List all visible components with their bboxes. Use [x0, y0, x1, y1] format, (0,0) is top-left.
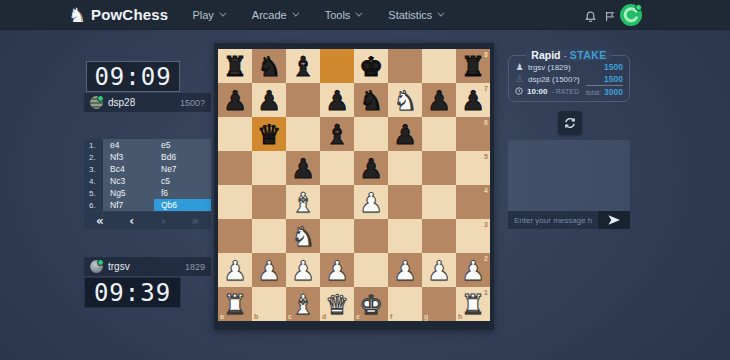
move-cell-1-white[interactable]: e4: [103, 139, 154, 151]
rank-coordinate-label: 4: [484, 187, 488, 194]
send-message-button[interactable]: [598, 211, 630, 229]
board-frame: ♜♞♝♚♜8♟♟♟♞♞♟♟7♛♝♟6♟♟5♝♟4♞3♟♟♟♟♟♟♟2♜ab♝c♛…: [214, 43, 494, 330]
chat-input-row: [508, 211, 630, 229]
menu-statistics[interactable]: Statistics: [388, 9, 442, 21]
white-rook: ♜: [461, 291, 485, 318]
square-d1[interactable]: ♛d: [320, 287, 354, 321]
square-b5[interactable]: [252, 151, 286, 185]
black-bishop: ♝: [325, 121, 349, 148]
square-a5[interactable]: [218, 151, 252, 185]
chevron-down-icon: [438, 10, 445, 17]
white-player-avatar[interactable]: [90, 260, 103, 273]
menu-tools[interactable]: Tools: [325, 9, 361, 21]
square-f7[interactable]: ♞: [388, 83, 422, 117]
white-pawn: ♟: [359, 189, 383, 216]
stake-row-black: ♙ dsp28 (1500?) 1500: [515, 73, 623, 85]
white-pawn: ♟: [393, 257, 417, 284]
black-knight: ♞: [257, 53, 281, 80]
square-c4[interactable]: ♝: [286, 185, 320, 219]
square-a4[interactable]: [218, 185, 252, 219]
square-c8[interactable]: ♝: [286, 49, 320, 83]
white-pawn: ♟: [325, 257, 349, 284]
square-g8[interactable]: [422, 49, 456, 83]
pawn-outline-icon: ♙: [515, 75, 524, 84]
game-mode-header: Rapid - STAKE: [526, 49, 611, 61]
square-g7[interactable]: ♟: [422, 83, 456, 117]
black-player-name[interactable]: dsp28: [108, 97, 175, 108]
square-b8[interactable]: ♞: [252, 49, 286, 83]
square-b3[interactable]: [252, 219, 286, 253]
rematch-refresh-button[interactable]: [558, 111, 582, 135]
move-cell-4-white[interactable]: Nc3: [103, 175, 154, 187]
black-knight: ♞: [359, 87, 383, 114]
file-coordinate-label: e: [356, 313, 360, 320]
square-b7[interactable]: ♟: [252, 83, 286, 117]
square-g6[interactable]: [422, 117, 456, 151]
move-number: 4.: [84, 175, 103, 187]
black-player-clock: 09:09: [86, 61, 180, 92]
file-coordinate-label: c: [288, 313, 292, 320]
white-bishop: ♝: [291, 189, 315, 216]
black-player-bar: dsp28 1500?: [84, 93, 211, 112]
square-a8[interactable]: ♜: [218, 49, 252, 83]
square-h1[interactable]: ♜1h: [456, 287, 490, 321]
black-pawn: ♟: [427, 87, 451, 114]
black-pawn: ♟: [359, 155, 383, 182]
move-cell-3-white[interactable]: Bc4: [103, 163, 154, 175]
square-d6[interactable]: ♝: [320, 117, 354, 151]
rank-coordinate-label: 1: [484, 289, 488, 296]
main-menu: Play Arcade Tools Statistics: [192, 9, 442, 21]
rank-coordinate-label: 7: [484, 85, 488, 92]
chess-board: ♜♞♝♚♜8♟♟♟♞♞♟♟7♛♝♟6♟♟5♝♟4♞3♟♟♟♟♟♟♟2♜ab♝c♛…: [218, 49, 490, 321]
first-move-button[interactable]: «: [84, 215, 116, 227]
file-coordinate-label: b: [254, 313, 258, 320]
refresh-icon: [563, 116, 577, 130]
square-h7[interactable]: ♟7: [456, 83, 490, 117]
move-number: 3.: [84, 163, 103, 175]
square-a1[interactable]: ♜a: [218, 287, 252, 321]
file-coordinate-label: a: [220, 313, 224, 320]
square-h3[interactable]: 3: [456, 219, 490, 253]
move-list: 1.e4e52.Nf3Bd63.Bc4Ne74.Nc3c55.Ng5f66.Nf…: [84, 139, 211, 211]
square-e1[interactable]: ♚e: [354, 287, 388, 321]
top-nav: ♞ PowChess Play Arcade Tools Statistics: [0, 0, 730, 30]
black-queen: ♛: [257, 121, 281, 148]
menu-play[interactable]: Play: [192, 9, 223, 21]
rank-coordinate-label: 8: [484, 51, 488, 58]
black-player-avatar[interactable]: [90, 96, 103, 109]
white-knight: ♞: [291, 223, 315, 250]
move-cell-6-white[interactable]: Nf7: [103, 199, 154, 211]
square-h6[interactable]: 6: [456, 117, 490, 151]
white-player-name[interactable]: trgsv: [108, 261, 180, 272]
pawn-filled-icon: ♟: [515, 63, 524, 72]
square-h2[interactable]: ♟2: [456, 253, 490, 287]
white-king: ♚: [359, 291, 383, 318]
move-cell-4-black[interactable]: c5: [154, 175, 211, 187]
white-player-bar: trgsv 1829: [84, 257, 211, 276]
move-cell-5-black[interactable]: f6: [154, 187, 211, 199]
square-h4[interactable]: 4: [456, 185, 490, 219]
black-pawn: ♟: [223, 87, 247, 114]
send-paper-plane-icon: [607, 214, 621, 226]
prev-move-button[interactable]: ‹: [116, 215, 148, 227]
move-cell-2-white[interactable]: Nf3: [103, 151, 154, 163]
next-move-button[interactable]: ›: [148, 215, 180, 227]
square-b1[interactable]: b: [252, 287, 286, 321]
square-g4[interactable]: [422, 185, 456, 219]
time-control-row: 10:00 - RATED total: 3000: [515, 85, 623, 97]
file-coordinate-label: g: [424, 313, 428, 320]
game-info-box: Rapid - STAKE ♟ trgsv (1829) 1500 ♙ dsp2…: [508, 55, 630, 102]
square-d4[interactable]: [320, 185, 354, 219]
black-player-rating: 1500?: [180, 98, 205, 108]
white-queen: ♛: [325, 291, 349, 318]
chat-messages-panel: [508, 140, 630, 211]
square-c3[interactable]: ♞: [286, 219, 320, 253]
square-d7[interactable]: ♟: [320, 83, 354, 117]
square-d5[interactable]: [320, 151, 354, 185]
square-f5[interactable]: [388, 151, 422, 185]
square-e6[interactable]: [354, 117, 388, 151]
move-cell-3-black[interactable]: Ne7: [154, 163, 211, 175]
move-cell-5-white[interactable]: Ng5: [103, 187, 154, 199]
black-rook: ♜: [223, 53, 247, 80]
square-e7[interactable]: ♞: [354, 83, 388, 117]
square-a3[interactable]: [218, 219, 252, 253]
menu-arcade[interactable]: Arcade: [252, 9, 297, 21]
black-pawn: ♟: [291, 155, 315, 182]
move-cell-1-black[interactable]: e5: [154, 139, 211, 151]
bell-icon[interactable]: [584, 9, 597, 27]
square-e5[interactable]: ♟: [354, 151, 388, 185]
chat-message-input[interactable]: [508, 211, 598, 229]
powchess-knight-logo-icon: ♞: [68, 5, 86, 25]
white-player-clock: 09:39: [84, 277, 181, 308]
move-navigation: « ‹ › »: [84, 212, 211, 229]
square-e2[interactable]: [354, 253, 388, 287]
rank-coordinate-label: 5: [484, 153, 488, 160]
square-e3[interactable]: [354, 219, 388, 253]
square-a2[interactable]: ♟: [218, 253, 252, 287]
flag-icon[interactable]: [604, 9, 616, 27]
square-a6[interactable]: [218, 117, 252, 151]
square-g3[interactable]: [422, 219, 456, 253]
square-d2[interactable]: ♟: [320, 253, 354, 287]
move-number: 6.: [84, 199, 103, 211]
move-cell-2-black[interactable]: Bd6: [154, 151, 211, 163]
black-pawn: ♟: [257, 87, 281, 114]
move-number: 5.: [84, 187, 103, 199]
white-bishop: ♝: [291, 291, 315, 318]
move-number: 1.: [84, 139, 103, 151]
square-h8[interactable]: ♜8: [456, 49, 490, 83]
square-f2[interactable]: ♟: [388, 253, 422, 287]
square-b6[interactable]: ♛: [252, 117, 286, 151]
file-coordinate-label: f: [390, 313, 392, 320]
file-coordinate-label: h: [458, 313, 462, 320]
square-c6[interactable]: [286, 117, 320, 151]
user-avatar[interactable]: [619, 3, 643, 27]
file-coordinate-label: d: [322, 313, 326, 320]
brand-title[interactable]: PowChess: [91, 6, 168, 23]
white-player-rating: 1829: [185, 262, 205, 272]
white-pawn: ♟: [427, 257, 451, 284]
square-f4[interactable]: [388, 185, 422, 219]
white-pawn: ♟: [291, 257, 315, 284]
white-knight: ♞: [393, 87, 417, 114]
square-f3[interactable]: [388, 219, 422, 253]
white-rook: ♜: [223, 291, 247, 318]
square-b2[interactable]: ♟: [252, 253, 286, 287]
black-rook: ♜: [461, 53, 485, 80]
clock-icon: [515, 87, 523, 95]
chevron-down-icon: [219, 10, 226, 17]
move-number: 2.: [84, 151, 103, 163]
chevron-down-icon: [292, 10, 299, 17]
square-c2[interactable]: ♟: [286, 253, 320, 287]
black-king: ♚: [359, 53, 383, 80]
square-f1[interactable]: f: [388, 287, 422, 321]
black-pawn: ♟: [393, 121, 417, 148]
square-a7[interactable]: ♟: [218, 83, 252, 117]
square-c1[interactable]: ♝c: [286, 287, 320, 321]
move-cell-6-black[interactable]: Qb6: [154, 199, 211, 211]
white-pawn: ♟: [223, 257, 247, 284]
last-move-button[interactable]: »: [179, 215, 211, 227]
white-pawn: ♟: [257, 257, 281, 284]
square-h5[interactable]: 5: [456, 151, 490, 185]
square-e4[interactable]: ♟: [354, 185, 388, 219]
square-f6[interactable]: ♟: [388, 117, 422, 151]
square-c7[interactable]: [286, 83, 320, 117]
square-e8[interactable]: ♚: [354, 49, 388, 83]
square-c5[interactable]: ♟: [286, 151, 320, 185]
rank-coordinate-label: 3: [484, 221, 488, 228]
rank-coordinate-label: 2: [484, 255, 488, 262]
square-g2[interactable]: ♟: [422, 253, 456, 287]
black-bishop: ♝: [291, 53, 315, 80]
rank-coordinate-label: 6: [484, 119, 488, 126]
white-pawn: ♟: [461, 257, 485, 284]
square-d8[interactable]: [320, 49, 354, 83]
square-f8[interactable]: [388, 49, 422, 83]
black-pawn: ♟: [325, 87, 349, 114]
square-b4[interactable]: [252, 185, 286, 219]
square-g5[interactable]: [422, 151, 456, 185]
black-pawn: ♟: [461, 87, 485, 114]
square-d3[interactable]: [320, 219, 354, 253]
chevron-down-icon: [356, 10, 363, 17]
square-g1[interactable]: g: [422, 287, 456, 321]
stake-row-white: ♟ trgsv (1829) 1500: [515, 61, 623, 73]
